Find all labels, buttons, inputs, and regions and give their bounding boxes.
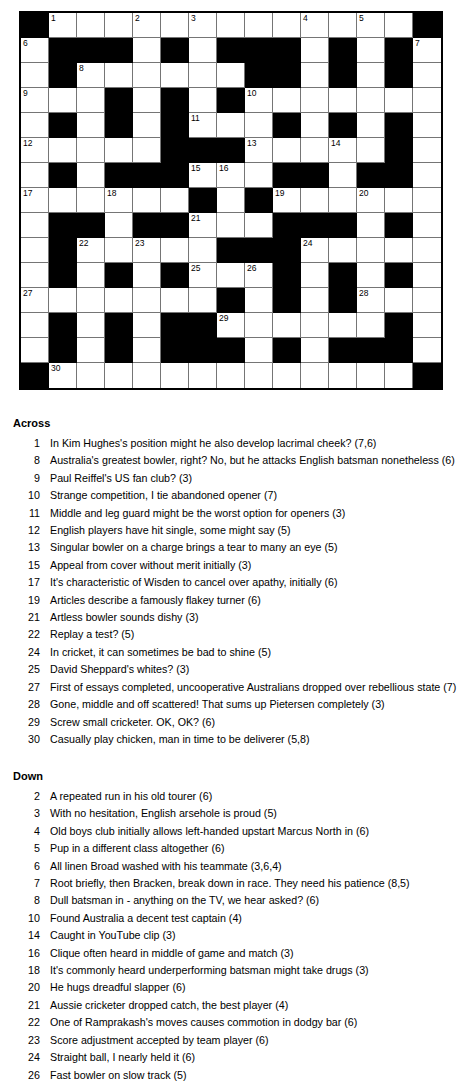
down-clue-6: 6All linen Broad washed with his teammat… bbox=[0, 858, 460, 875]
grid-cell-r3c10 bbox=[273, 63, 301, 88]
clue-text: Aussie cricketer dropped catch, the best… bbox=[50, 997, 288, 1014]
grid-cell-r1c1 bbox=[21, 13, 49, 38]
clue-text: Paul Reiffel's US fan club? (3) bbox=[50, 470, 192, 487]
grid-cell-r6c9[interactable]: 13 bbox=[245, 138, 273, 163]
clue-text: Straight ball, I nearly held it (6) bbox=[50, 1049, 195, 1066]
grid-cell-r6c3[interactable] bbox=[77, 138, 105, 163]
grid-cell-r2c3 bbox=[77, 38, 105, 63]
grid-cell-r6c7 bbox=[189, 138, 217, 163]
grid-cell-r1c14[interactable] bbox=[385, 13, 413, 38]
grid-cell-r12c10 bbox=[273, 288, 301, 313]
grid-cell-r3c3[interactable]: 8 bbox=[77, 63, 105, 88]
clue-number: 1 bbox=[0, 435, 40, 452]
down-clue-20: 20He hugs dreadful slapper (6) bbox=[0, 979, 460, 996]
grid-cell-r4c1[interactable]: 9 bbox=[21, 88, 49, 113]
grid-cell-r5c6 bbox=[161, 113, 189, 138]
clue-number: 28 bbox=[0, 696, 40, 713]
cell-number: 8 bbox=[79, 64, 84, 73]
grid-cell-r6c2[interactable] bbox=[49, 138, 77, 163]
grid-cell-r13c4 bbox=[105, 313, 133, 338]
clue-text: Root briefly, then Bracken, break down i… bbox=[50, 875, 410, 892]
grid-cell-r8c1[interactable]: 17 bbox=[21, 188, 49, 213]
cell-number: 14 bbox=[331, 139, 340, 148]
grid-cell-r2c6 bbox=[161, 38, 189, 63]
clue-number: 24 bbox=[0, 644, 40, 661]
grid-cell-r14c7 bbox=[189, 338, 217, 363]
grid-cell-r13c5[interactable] bbox=[133, 313, 161, 338]
grid-cell-r4c11[interactable] bbox=[301, 88, 329, 113]
clue-number: 19 bbox=[0, 592, 40, 609]
grid-cell-r7c4 bbox=[105, 163, 133, 188]
grid-cell-r12c3[interactable] bbox=[77, 288, 105, 313]
grid-cell-r15c8[interactable] bbox=[217, 363, 245, 388]
grid-cell-r6c15[interactable] bbox=[413, 138, 441, 163]
across-clue-30: 30Casually play chicken, man in time to … bbox=[0, 731, 460, 748]
grid-cell-r13c1[interactable] bbox=[21, 313, 49, 338]
grid-cell-r6c4[interactable] bbox=[105, 138, 133, 163]
cell-number: 26 bbox=[247, 264, 256, 273]
grid-cell-r15c11[interactable] bbox=[301, 363, 329, 388]
cell-number: 29 bbox=[219, 314, 228, 323]
grid-cell-r9c1[interactable] bbox=[21, 213, 49, 238]
grid-cell-r4c10[interactable] bbox=[273, 88, 301, 113]
grid-cell-r10c2 bbox=[49, 238, 77, 263]
grid-cell-r12c14[interactable] bbox=[385, 288, 413, 313]
across-clue-25: 25David Sheppard's whites? (3) bbox=[0, 661, 460, 678]
grid-cell-r15c1 bbox=[21, 363, 49, 388]
grid-cell-r5c7[interactable]: 11 bbox=[189, 113, 217, 138]
clue-number: 10 bbox=[0, 487, 40, 504]
grid-cell-r3c7[interactable] bbox=[189, 63, 217, 88]
across-clue-10: 10Strange competition, I tie abandoned o… bbox=[0, 487, 460, 504]
grid-cell-r7c11 bbox=[301, 163, 329, 188]
cell-number: 5 bbox=[359, 14, 364, 23]
grid-cell-r14c15[interactable] bbox=[413, 338, 441, 363]
grid-cell-r3c11[interactable] bbox=[301, 63, 329, 88]
clue-number: 21 bbox=[0, 997, 40, 1014]
grid-cell-r3c4[interactable] bbox=[105, 63, 133, 88]
grid-cell-r12c4[interactable] bbox=[105, 288, 133, 313]
grid-cell-r7c7[interactable]: 15 bbox=[189, 163, 217, 188]
clue-text: It's commonly heard underperforming bats… bbox=[50, 962, 369, 979]
across-section: Across 1In Kim Hughes's position might h… bbox=[0, 417, 460, 748]
grid-cell-r9c14 bbox=[385, 213, 413, 238]
grid-cell-r10c13[interactable] bbox=[357, 238, 385, 263]
grid-cell-r11c13[interactable] bbox=[357, 263, 385, 288]
grid-cell-r5c5[interactable] bbox=[133, 113, 161, 138]
grid-cell-r10c9 bbox=[245, 238, 273, 263]
clue-number: 18 bbox=[0, 962, 40, 979]
grid-cell-r13c13[interactable] bbox=[357, 313, 385, 338]
clue-text: Screw small cricketer. OK, OK? (6) bbox=[50, 714, 215, 731]
grid-cell-r5c13[interactable] bbox=[357, 113, 385, 138]
down-clue-14: 14Caught in YouTube clip (3) bbox=[0, 927, 460, 944]
clue-number: 26 bbox=[0, 1067, 40, 1084]
clue-text: Clique often heard in middle of game and… bbox=[50, 945, 294, 962]
grid-cell-r8c15[interactable] bbox=[413, 188, 441, 213]
grid-cell-r7c1[interactable] bbox=[21, 163, 49, 188]
grid-cell-r12c11[interactable] bbox=[301, 288, 329, 313]
clue-number: 22 bbox=[0, 626, 40, 643]
grid-cell-r4c13[interactable] bbox=[357, 88, 385, 113]
cell-number: 19 bbox=[275, 189, 284, 198]
grid-cell-r12c8 bbox=[217, 288, 245, 313]
grid-cell-r1c7[interactable]: 3 bbox=[189, 13, 217, 38]
clue-text: He hugs dreadful slapper (6) bbox=[50, 979, 185, 996]
grid-cell-r2c11[interactable] bbox=[301, 38, 329, 63]
grid-cell-r3c9 bbox=[245, 63, 273, 88]
grid-cell-r1c10[interactable] bbox=[273, 13, 301, 38]
down-clue-2: 2A repeated run in his old tourer (6) bbox=[0, 788, 460, 805]
clue-number: 22 bbox=[0, 1014, 40, 1031]
grid-cell-r12c9[interactable] bbox=[245, 288, 273, 313]
grid-cell-r6c8 bbox=[217, 138, 245, 163]
clue-text: Pup in a different class altogether (6) bbox=[50, 840, 224, 857]
grid-cell-r12c15[interactable] bbox=[413, 288, 441, 313]
grid-cell-r13c11[interactable] bbox=[301, 313, 329, 338]
cell-number: 28 bbox=[359, 289, 368, 298]
grid-cell-r2c14 bbox=[385, 38, 413, 63]
clue-number: 11 bbox=[0, 505, 40, 522]
grid-cell-r2c13[interactable] bbox=[357, 38, 385, 63]
grid-cell-r15c6[interactable] bbox=[161, 363, 189, 388]
grid-cell-r1c5[interactable]: 2 bbox=[133, 13, 161, 38]
clue-text: David Sheppard's whites? (3) bbox=[50, 661, 189, 678]
grid-cell-r4c15[interactable] bbox=[413, 88, 441, 113]
grid-cell-r14c9[interactable] bbox=[245, 338, 273, 363]
grid-cell-r8c6[interactable] bbox=[161, 188, 189, 213]
grid-cell-r4c5[interactable] bbox=[133, 88, 161, 113]
grid-cell-r4c6 bbox=[161, 88, 189, 113]
grid-cell-r13c15[interactable] bbox=[413, 313, 441, 338]
grid-cell-r1c6[interactable] bbox=[161, 13, 189, 38]
clue-number: 9 bbox=[0, 470, 40, 487]
grid-cell-r14c1[interactable] bbox=[21, 338, 49, 363]
down-header: Down bbox=[13, 770, 460, 783]
clue-text: In cricket, it can sometimes be bad to s… bbox=[50, 644, 271, 661]
clue-text: Australia's greatest bowler, right? No, … bbox=[50, 452, 455, 469]
clue-number: 15 bbox=[0, 557, 40, 574]
grid-cell-r9c7[interactable]: 21 bbox=[189, 213, 217, 238]
grid-cell-r11c6 bbox=[161, 263, 189, 288]
grid-cell-r11c3[interactable] bbox=[77, 263, 105, 288]
grid-cell-r5c15[interactable] bbox=[413, 113, 441, 138]
grid-cell-r8c4[interactable]: 18 bbox=[105, 188, 133, 213]
clue-text: Replay a test? (5) bbox=[50, 626, 134, 643]
grid-cell-r13c3[interactable] bbox=[77, 313, 105, 338]
grid-cell-r8c5[interactable] bbox=[133, 188, 161, 213]
grid-cell-r8c14[interactable] bbox=[385, 188, 413, 213]
down-section: Down 2A repeated run in his old tourer (… bbox=[0, 770, 460, 1084]
grid-cell-r12c2[interactable] bbox=[49, 288, 77, 313]
grid-cell-r14c14 bbox=[385, 338, 413, 363]
grid-cell-r8c8[interactable] bbox=[217, 188, 245, 213]
grid-cell-r11c8[interactable] bbox=[217, 263, 245, 288]
clue-number: 16 bbox=[0, 945, 40, 962]
grid-cell-r13c9[interactable] bbox=[245, 313, 273, 338]
grid-cell-r13c10[interactable] bbox=[273, 313, 301, 338]
grid-cell-r5c11[interactable] bbox=[301, 113, 329, 138]
grid-cell-r15c3[interactable] bbox=[77, 363, 105, 388]
grid-cell-r5c3[interactable] bbox=[77, 113, 105, 138]
clue-number: 30 bbox=[0, 731, 40, 748]
grid-cell-r4c2[interactable] bbox=[49, 88, 77, 113]
grid-cell-r12c1[interactable]: 27 bbox=[21, 288, 49, 313]
cell-number: 20 bbox=[359, 189, 368, 198]
grid-cell-r9c8[interactable] bbox=[217, 213, 245, 238]
grid-cell-r4c7[interactable] bbox=[189, 88, 217, 113]
grid-cell-r10c7[interactable] bbox=[189, 238, 217, 263]
grid-cell-r3c8[interactable] bbox=[217, 63, 245, 88]
grid-cell-r3c1[interactable] bbox=[21, 63, 49, 88]
grid-cell-r10c10 bbox=[273, 238, 301, 263]
grid-cell-r15c13[interactable] bbox=[357, 363, 385, 388]
grid-cell-r5c1[interactable] bbox=[21, 113, 49, 138]
grid-cell-r8c10[interactable]: 19 bbox=[273, 188, 301, 213]
across-clue-19: 19Articles describe a famously flakey tu… bbox=[0, 592, 460, 609]
grid-cell-r14c13 bbox=[357, 338, 385, 363]
grid-cell-r11c15[interactable] bbox=[413, 263, 441, 288]
across-clue-1: 1In Kim Hughes's position might he also … bbox=[0, 435, 460, 452]
grid-cell-r10c12[interactable] bbox=[329, 238, 357, 263]
grid-cell-r11c5[interactable] bbox=[133, 263, 161, 288]
grid-cell-r2c5[interactable] bbox=[133, 38, 161, 63]
grid-cell-r14c4 bbox=[105, 338, 133, 363]
grid-cell-r11c10 bbox=[273, 263, 301, 288]
down-clue-list: 2A repeated run in his old tourer (6)3Wi… bbox=[0, 788, 460, 1084]
grid-cell-r1c3[interactable] bbox=[77, 13, 105, 38]
grid-cell-r5c4 bbox=[105, 113, 133, 138]
down-clue-24: 24Straight ball, I nearly held it (6) bbox=[0, 1049, 460, 1066]
grid-cell-r15c4[interactable] bbox=[105, 363, 133, 388]
grid-cell-r5c9[interactable] bbox=[245, 113, 273, 138]
clue-text: All linen Broad washed with his teammate… bbox=[50, 858, 282, 875]
grid-cell-r3c12 bbox=[329, 63, 357, 88]
grid-cell-r9c11 bbox=[301, 213, 329, 238]
grid-cell-r14c3[interactable] bbox=[77, 338, 105, 363]
grid-cell-r2c8 bbox=[217, 38, 245, 63]
grid-cell-r14c5[interactable] bbox=[133, 338, 161, 363]
grid-cell-r1c9[interactable] bbox=[245, 13, 273, 38]
grid-cell-r12c6[interactable] bbox=[161, 288, 189, 313]
cell-number: 21 bbox=[191, 214, 200, 223]
grid-cell-r9c2 bbox=[49, 213, 77, 238]
clue-text: One of Ramprakash's moves causes commoti… bbox=[50, 1014, 357, 1031]
grid-cell-r13c8[interactable]: 29 bbox=[217, 313, 245, 338]
grid-cell-r7c12[interactable] bbox=[329, 163, 357, 188]
grid-cell-r10c5[interactable]: 23 bbox=[133, 238, 161, 263]
grid-cell-r14c12 bbox=[329, 338, 357, 363]
grid-cell-r10c14[interactable] bbox=[385, 238, 413, 263]
clue-text: Caught in YouTube clip (3) bbox=[50, 927, 176, 944]
grid-cell-r3c13[interactable] bbox=[357, 63, 385, 88]
grid-cell-r15c5[interactable] bbox=[133, 363, 161, 388]
grid-cell-r13c7 bbox=[189, 313, 217, 338]
grid-cell-r10c1[interactable] bbox=[21, 238, 49, 263]
grid-cell-r5c10 bbox=[273, 113, 301, 138]
grid-cell-r5c12 bbox=[329, 113, 357, 138]
clue-text: Gone, middle and off scattered! That sum… bbox=[50, 696, 385, 713]
grid-cell-r2c10 bbox=[273, 38, 301, 63]
clue-number: 17 bbox=[0, 574, 40, 591]
grid-cell-r2c7[interactable] bbox=[189, 38, 217, 63]
down-clue-21: 21Aussie cricketer dropped catch, the be… bbox=[0, 997, 460, 1014]
grid-cell-r4c14[interactable] bbox=[385, 88, 413, 113]
grid-cell-r12c13[interactable]: 28 bbox=[357, 288, 385, 313]
clue-number: 5 bbox=[0, 840, 40, 857]
grid-cell-r2c9 bbox=[245, 38, 273, 63]
cell-number: 17 bbox=[23, 189, 32, 198]
grid-cell-r9c5 bbox=[133, 213, 161, 238]
cell-number: 25 bbox=[191, 264, 200, 273]
clue-number: 6 bbox=[0, 858, 40, 875]
cell-number: 18 bbox=[107, 189, 116, 198]
grid-cell-r10c15[interactable] bbox=[413, 238, 441, 263]
grid-cell-r1c12[interactable] bbox=[329, 13, 357, 38]
grid-cell-r9c6 bbox=[161, 213, 189, 238]
grid-cell-r2c12 bbox=[329, 38, 357, 63]
clue-text: Strange competition, I tie abandoned ope… bbox=[50, 487, 277, 504]
cell-number: 2 bbox=[135, 14, 140, 23]
grid-cell-r1c4[interactable] bbox=[105, 13, 133, 38]
cell-number: 23 bbox=[135, 239, 144, 248]
down-clue-16: 16Clique often heard in middle of game a… bbox=[0, 945, 460, 962]
grid-cell-r3c2 bbox=[49, 63, 77, 88]
grid-cell-r6c12[interactable]: 14 bbox=[329, 138, 357, 163]
grid-cell-r5c8[interactable] bbox=[217, 113, 245, 138]
grid-cell-r9c13[interactable] bbox=[357, 213, 385, 238]
clue-number: 3 bbox=[0, 805, 40, 822]
cell-number: 15 bbox=[191, 164, 200, 173]
grid-cell-r8c13[interactable]: 20 bbox=[357, 188, 385, 213]
grid-cell-r6c10[interactable] bbox=[273, 138, 301, 163]
grid-cell-r10c4[interactable] bbox=[105, 238, 133, 263]
cell-number: 22 bbox=[79, 239, 88, 248]
down-clue-3: 3With no hesitation, English arsehole is… bbox=[0, 805, 460, 822]
grid-cell-r8c11[interactable] bbox=[301, 188, 329, 213]
clue-text: First of essays completed, uncooperative… bbox=[50, 679, 456, 696]
clue-text: Artless bowler sounds dishy (3) bbox=[50, 609, 199, 626]
grid-cell-r14c10 bbox=[273, 338, 301, 363]
grid-cell-r11c4 bbox=[105, 263, 133, 288]
across-header: Across bbox=[13, 417, 460, 430]
grid-cell-r15c2[interactable]: 30 bbox=[49, 363, 77, 388]
grid-cell-r13c12[interactable] bbox=[329, 313, 357, 338]
grid-cell-r11c7[interactable]: 25 bbox=[189, 263, 217, 288]
grid-cell-r4c12[interactable] bbox=[329, 88, 357, 113]
clue-text: A repeated run in his old tourer (6) bbox=[50, 788, 212, 805]
grid-cell-r14c11[interactable] bbox=[301, 338, 329, 363]
grid-cell-r1c11[interactable]: 4 bbox=[301, 13, 329, 38]
grid-cell-r7c9[interactable] bbox=[245, 163, 273, 188]
grid-cell-r10c11[interactable]: 24 bbox=[301, 238, 329, 263]
grid-cell-r4c4 bbox=[105, 88, 133, 113]
grid-cell-r11c12 bbox=[329, 263, 357, 288]
grid-cell-r9c12 bbox=[329, 213, 357, 238]
cell-number: 27 bbox=[23, 289, 32, 298]
cell-number: 6 bbox=[23, 39, 28, 48]
clue-number: 24 bbox=[0, 1049, 40, 1066]
grid-cell-r9c4[interactable] bbox=[105, 213, 133, 238]
grid-cell-r2c1[interactable]: 6 bbox=[21, 38, 49, 63]
grid-cell-r3c6[interactable] bbox=[161, 63, 189, 88]
cell-number: 7 bbox=[415, 39, 420, 48]
grid-cell-r8c12[interactable] bbox=[329, 188, 357, 213]
grid-cell-r12c7[interactable] bbox=[189, 288, 217, 313]
cell-number: 11 bbox=[191, 114, 200, 123]
grid-cell-r15c12[interactable] bbox=[329, 363, 357, 388]
grid-cell-r15c14[interactable] bbox=[385, 363, 413, 388]
grid-cell-r11c9[interactable]: 26 bbox=[245, 263, 273, 288]
grid-cell-r4c3[interactable] bbox=[77, 88, 105, 113]
grid-cell-r10c6[interactable] bbox=[161, 238, 189, 263]
grid-cell-r15c10[interactable] bbox=[273, 363, 301, 388]
grid-cell-r3c15[interactable] bbox=[413, 63, 441, 88]
down-clue-22: 22One of Ramprakash's moves causes commo… bbox=[0, 1014, 460, 1031]
grid-cell-r11c11[interactable] bbox=[301, 263, 329, 288]
down-clue-8: 8Dull batsman in - anything on the TV, w… bbox=[0, 892, 460, 909]
grid-cell-r7c15[interactable] bbox=[413, 163, 441, 188]
grid-cell-r6c11[interactable] bbox=[301, 138, 329, 163]
grid-cell-r6c6 bbox=[161, 138, 189, 163]
grid-cell-r7c8[interactable]: 16 bbox=[217, 163, 245, 188]
clue-text: Middle and leg guard might be the worst … bbox=[50, 505, 345, 522]
grid-cell-r11c1[interactable] bbox=[21, 263, 49, 288]
grid-cell-r13c2 bbox=[49, 313, 77, 338]
grid-cell-r3c5[interactable] bbox=[133, 63, 161, 88]
grid-cell-r8c3[interactable] bbox=[77, 188, 105, 213]
clue-text: Fast bowler on slow track (5) bbox=[50, 1067, 187, 1084]
grid-cell-r4c9[interactable]: 10 bbox=[245, 88, 273, 113]
grid-cell-r1c2[interactable]: 1 bbox=[49, 13, 77, 38]
across-clue-15: 15Appeal from cover without merit initia… bbox=[0, 557, 460, 574]
clue-number: 8 bbox=[0, 452, 40, 469]
grid-cell-r5c2 bbox=[49, 113, 77, 138]
grid-cell-r9c15[interactable] bbox=[413, 213, 441, 238]
grid-cell-r1c8[interactable] bbox=[217, 13, 245, 38]
grid-cell-r12c5[interactable] bbox=[133, 288, 161, 313]
clue-text: Old boys club initially allows left-hand… bbox=[50, 823, 369, 840]
clue-text: It's characteristic of Wisden to cancel … bbox=[50, 574, 338, 591]
clue-text: Dull batsman in - anything on the TV, we… bbox=[50, 892, 319, 909]
cell-number: 12 bbox=[23, 139, 32, 148]
grid-cell-r14c2 bbox=[49, 338, 77, 363]
clue-number: 25 bbox=[0, 661, 40, 678]
grid-cell-r1c13[interactable]: 5 bbox=[357, 13, 385, 38]
grid-cell-r2c15[interactable]: 7 bbox=[413, 38, 441, 63]
grid-cell-r13c14 bbox=[385, 313, 413, 338]
cell-number: 1 bbox=[51, 14, 56, 23]
clue-number: 2 bbox=[0, 788, 40, 805]
grid-cell-r6c13[interactable] bbox=[357, 138, 385, 163]
clue-text: In Kim Hughes's position might he also d… bbox=[50, 435, 376, 452]
grid-cell-r15c9[interactable] bbox=[245, 363, 273, 388]
clue-number: 29 bbox=[0, 714, 40, 731]
grid-cell-r8c2[interactable] bbox=[49, 188, 77, 213]
across-clue-9: 9Paul Reiffel's US fan club? (3) bbox=[0, 470, 460, 487]
clue-number: 14 bbox=[0, 927, 40, 944]
crossword-grid: 1234567891011121314151617181920212223242… bbox=[19, 11, 443, 390]
grid-cell-r7c3[interactable] bbox=[77, 163, 105, 188]
grid-cell-r6c5[interactable] bbox=[133, 138, 161, 163]
grid-cell-r15c7[interactable] bbox=[189, 363, 217, 388]
grid-cell-r9c9[interactable] bbox=[245, 213, 273, 238]
grid-cell-r12c12 bbox=[329, 288, 357, 313]
grid-cell-r10c3[interactable]: 22 bbox=[77, 238, 105, 263]
clue-number: 21 bbox=[0, 609, 40, 626]
down-clue-4: 4Old boys club initially allows left-han… bbox=[0, 823, 460, 840]
grid-cell-r6c1[interactable]: 12 bbox=[21, 138, 49, 163]
